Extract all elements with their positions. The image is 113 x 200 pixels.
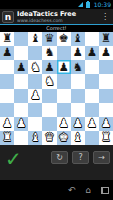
signal-icon [78, 2, 83, 7]
square-e4[interactable] [57, 89, 71, 103]
black-queen: ♛ [44, 33, 54, 45]
chess-board: ♜♝♛♚♝♜♟♞♟♟♟♟♞♟♟♞♞♟♟♟♟♟♟♟♜♝♛♚♝♜ [0, 32, 113, 145]
back-button[interactable]: ↶ [68, 180, 76, 200]
battery-icon [86, 2, 90, 8]
square-g6[interactable] [85, 60, 99, 74]
square-c6[interactable]: ♞ [28, 60, 42, 74]
title-wrap: IdeaTactics Free www.ideachess.com [17, 11, 99, 23]
white-rook: ♜ [2, 132, 12, 144]
square-g5[interactable] [85, 74, 99, 88]
retry-button[interactable]: ↻ [51, 151, 68, 164]
black-pawn: ♟ [101, 47, 111, 59]
square-e1[interactable]: ♚ [57, 131, 71, 145]
square-f8[interactable]: ♝ [71, 32, 85, 46]
white-pawn: ♟ [30, 90, 40, 102]
square-c7[interactable] [28, 46, 42, 60]
black-pawn: ♟ [16, 62, 26, 74]
overflow-menu-icon[interactable]: ⋮ [99, 9, 111, 25]
square-d2[interactable] [42, 117, 56, 131]
white-knight: ♞ [44, 76, 54, 88]
black-bishop: ♝ [73, 33, 83, 45]
white-pawn: ♟ [2, 118, 12, 130]
square-d6[interactable]: ♟ [42, 60, 56, 74]
white-pawn: ♟ [101, 118, 111, 130]
square-e7[interactable] [57, 46, 71, 60]
app-subtitle: www.ideachess.com [17, 18, 99, 23]
android-nav-bar: ↶ ⌂ [0, 180, 113, 200]
square-b1[interactable] [14, 131, 28, 145]
square-b8[interactable] [14, 32, 28, 46]
black-rook: ♜ [101, 33, 111, 45]
hint-button[interactable]: ? [72, 151, 89, 164]
black-pawn: ♟ [2, 47, 12, 59]
square-a3[interactable] [0, 103, 14, 117]
white-pawn: ♟ [16, 118, 26, 130]
square-h1[interactable]: ♜ [99, 131, 113, 145]
black-king: ♚ [58, 33, 68, 45]
black-knight: ♞ [73, 62, 83, 74]
square-e8[interactable]: ♚ [57, 32, 71, 46]
square-f1[interactable]: ♝ [71, 131, 85, 145]
feedback-message: Correct! [0, 25, 113, 32]
white-bishop: ♝ [73, 132, 83, 144]
square-f5[interactable] [71, 74, 85, 88]
square-h4[interactable] [99, 89, 113, 103]
square-h7[interactable]: ♟ [99, 46, 113, 60]
square-d7[interactable]: ♞ [42, 46, 56, 60]
square-b3[interactable] [14, 103, 28, 117]
square-b7[interactable] [14, 46, 28, 60]
square-h8[interactable]: ♜ [99, 32, 113, 46]
square-c8[interactable]: ♝ [28, 32, 42, 46]
square-g7[interactable]: ♟ [85, 46, 99, 60]
correct-check-icon: ✓ [5, 148, 22, 170]
square-f2[interactable]: ♟ [71, 117, 85, 131]
square-a4[interactable] [0, 89, 14, 103]
square-h3[interactable] [99, 103, 113, 117]
square-g1[interactable] [85, 131, 99, 145]
square-a8[interactable]: ♜ [0, 32, 14, 46]
home-button[interactable]: ⌂ [85, 180, 91, 200]
control-panel: ✓ ↻ ? → [0, 145, 113, 180]
square-c3[interactable] [28, 103, 42, 117]
square-f6[interactable]: ♞ [71, 60, 85, 74]
square-d5[interactable]: ♞ [42, 74, 56, 88]
black-knight: ♞ [44, 47, 54, 59]
black-pawn: ♟ [44, 62, 54, 74]
square-e3[interactable] [57, 103, 71, 117]
square-f4[interactable] [71, 89, 85, 103]
square-e2[interactable]: ♟ [57, 117, 71, 131]
square-d8[interactable]: ♛ [42, 32, 56, 46]
square-c4[interactable]: ♟ [28, 89, 42, 103]
square-a6[interactable] [0, 60, 14, 74]
button-row: ↻ ? → [51, 148, 110, 164]
recents-button[interactable] [101, 187, 109, 194]
square-g2[interactable]: ♟ [85, 117, 99, 131]
white-pawn: ♟ [73, 118, 83, 130]
white-bishop: ♝ [30, 132, 40, 144]
square-f7[interactable]: ♟ [71, 46, 85, 60]
square-d4[interactable] [42, 89, 56, 103]
square-b5[interactable] [14, 74, 28, 88]
square-c5[interactable] [28, 74, 42, 88]
square-a2[interactable]: ♟ [0, 117, 14, 131]
square-b4[interactable] [14, 89, 28, 103]
white-king: ♚ [58, 132, 68, 144]
white-knight: ♞ [30, 62, 40, 74]
square-g3[interactable] [85, 103, 99, 117]
square-g8[interactable] [85, 32, 99, 46]
black-pawn: ♟ [87, 47, 97, 59]
white-rook: ♜ [101, 132, 111, 144]
square-b6[interactable]: ♟ [14, 60, 28, 74]
app-title: IdeaTactics Free [17, 11, 99, 18]
status-bar: 10:39 [0, 0, 113, 9]
square-a5[interactable] [0, 74, 14, 88]
next-button[interactable]: → [93, 151, 110, 164]
white-pawn: ♟ [58, 118, 68, 130]
white-pawn: ♟ [87, 118, 97, 130]
square-h6[interactable] [99, 60, 113, 74]
black-pawn: ♟ [58, 62, 68, 74]
square-h2[interactable]: ♟ [99, 117, 113, 131]
title-bar: n IdeaTactics Free www.ideachess.com ⋮ [0, 9, 113, 25]
square-g4[interactable] [85, 89, 99, 103]
square-d1[interactable]: ♛ [42, 131, 56, 145]
square-d3[interactable] [42, 103, 56, 117]
square-f3[interactable] [71, 103, 85, 117]
square-c2[interactable] [28, 117, 42, 131]
square-h5[interactable] [99, 74, 113, 88]
square-c1[interactable]: ♝ [28, 131, 42, 145]
square-a7[interactable]: ♟ [0, 46, 14, 60]
black-bishop: ♝ [30, 33, 40, 45]
app-icon: n [2, 11, 14, 23]
square-e5[interactable] [57, 74, 71, 88]
white-queen: ♛ [44, 132, 54, 144]
black-rook: ♜ [2, 33, 12, 45]
square-b2[interactable]: ♟ [14, 117, 28, 131]
black-pawn: ♟ [73, 47, 83, 59]
square-e6[interactable]: ♟ [57, 60, 71, 74]
square-a1[interactable]: ♜ [0, 131, 14, 145]
